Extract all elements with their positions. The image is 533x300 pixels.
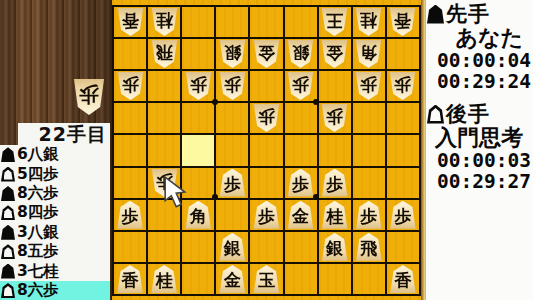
star-point: [212, 194, 218, 200]
gote-block: 後手 入門思考 00:00:03 00:29:27: [426, 103, 533, 192]
square-5c[interactable]: [250, 71, 282, 101]
square-8a[interactable]: 桂: [148, 7, 180, 37]
sente-move-icon: [1, 264, 15, 279]
square-9d[interactable]: [114, 103, 146, 133]
move-row-2: 5四歩: [0, 164, 110, 183]
square-2f[interactable]: [353, 168, 385, 198]
move-row-8: 8六歩: [0, 281, 110, 300]
piece-gote-fu: 歩: [117, 72, 144, 100]
square-3d[interactable]: 歩: [319, 103, 351, 133]
square-2h[interactable]: 飛: [353, 232, 385, 262]
piece-gote-kyosha: 香: [117, 8, 144, 36]
gote-label: 後手: [446, 100, 490, 128]
sente-move-icon: [1, 147, 15, 162]
square-7a[interactable]: [182, 7, 214, 37]
square-4h[interactable]: [285, 232, 317, 262]
star-point: [313, 99, 319, 105]
square-4i[interactable]: [285, 264, 317, 294]
square-4f[interactable]: 歩: [285, 168, 317, 198]
square-9g[interactable]: 歩: [114, 200, 146, 230]
move-label: 3七桂: [17, 261, 59, 282]
gote-total-clock: 00:29:27: [426, 171, 533, 192]
square-5g[interactable]: 歩: [250, 200, 282, 230]
piece-gote-fu: 歩: [253, 104, 280, 132]
move-label: 8六歩: [17, 183, 59, 204]
piece-sente-hisha: 飛: [355, 233, 382, 261]
square-2b[interactable]: 角: [353, 39, 385, 69]
square-6b[interactable]: 銀: [216, 39, 248, 69]
square-7h[interactable]: [182, 232, 214, 262]
piece-sente-fu: 歩: [389, 201, 416, 229]
piece-gote-gin: 銀: [287, 40, 314, 68]
square-9c[interactable]: 歩: [114, 71, 146, 101]
square-1i[interactable]: 香: [387, 264, 419, 294]
shogi-board: 香桂王桂香飛銀金銀金角歩歩歩歩歩歩歩歩歩歩歩歩歩角歩金桂歩歩銀銀飛香桂金玉香: [112, 5, 421, 296]
move-label: 8五歩: [17, 241, 59, 262]
sente-label: 先手: [446, 0, 490, 28]
square-8c[interactable]: [148, 71, 180, 101]
move-label: 3八銀: [17, 222, 59, 243]
square-3b[interactable]: 金: [319, 39, 351, 69]
sente-total-clock: 00:29:24: [426, 71, 533, 92]
square-4g[interactable]: 金: [285, 200, 317, 230]
square-8h[interactable]: [148, 232, 180, 262]
square-3c[interactable]: [319, 71, 351, 101]
piece-sente-fu: 歩: [287, 169, 314, 197]
square-5e[interactable]: [250, 135, 282, 165]
square-2c[interactable]: 歩: [353, 71, 385, 101]
piece-gote-kin: 金: [253, 40, 280, 68]
piece-gote-keima: 桂: [355, 8, 382, 36]
square-3a[interactable]: 王: [319, 7, 351, 37]
square-9e[interactable]: [114, 135, 146, 165]
game-window: 歩 香桂王桂香飛銀金銀金角歩歩歩歩歩歩歩歩歩歩歩歩歩角歩金桂歩歩銀銀飛香桂金玉香…: [0, 0, 533, 300]
piece-gote-fu: 歩: [389, 72, 416, 100]
piece-gote-fu: 歩: [73, 79, 105, 115]
piece-sente-fu: 歩: [253, 201, 280, 229]
piece-gote-fu: 歩: [219, 72, 246, 100]
info-panel: 先手 あなた 00:00:04 00:29:24 後手 入門思考 00:00:0…: [425, 0, 533, 300]
square-1d[interactable]: [387, 103, 419, 133]
square-3g[interactable]: 桂: [319, 200, 351, 230]
square-1a[interactable]: 香: [387, 7, 419, 37]
sente-piece-icon: [427, 5, 444, 24]
sente-move-icon: [1, 225, 15, 240]
sente-move-clock: 00:00:04: [426, 50, 533, 71]
piece-gote-kaku: 角: [355, 40, 382, 68]
square-6g[interactable]: [216, 200, 248, 230]
sente-player-name: あなた: [426, 25, 533, 50]
square-1f[interactable]: [387, 168, 419, 198]
square-5f[interactable]: [250, 168, 282, 198]
piece-sente-kin: 金: [219, 265, 246, 293]
piece-gote-ou: 王: [321, 8, 348, 36]
square-3h[interactable]: 銀: [319, 232, 351, 262]
square-1h[interactable]: [387, 232, 419, 262]
move-label: 8六歩: [17, 280, 59, 300]
mouse-cursor: [160, 176, 190, 208]
gote-move-icon: [1, 244, 15, 259]
piece-sente-kin: 金: [287, 201, 314, 229]
piece-sente-keima: 桂: [151, 265, 178, 293]
square-5h[interactable]: [250, 232, 282, 262]
square-5i[interactable]: 玉: [250, 264, 282, 294]
move-row-6: 8五歩: [0, 242, 110, 261]
move-label: 8四歩: [17, 202, 59, 223]
square-2g[interactable]: 歩: [353, 200, 385, 230]
piece-gote-hisha: 飛: [151, 40, 178, 68]
square-9h[interactable]: [114, 232, 146, 262]
square-5b[interactable]: 金: [250, 39, 282, 69]
gote-move-icon: [1, 205, 15, 220]
square-9b[interactable]: [114, 39, 146, 69]
square-5d[interactable]: 歩: [250, 103, 282, 133]
board-grid: 香桂王桂香飛銀金銀金角歩歩歩歩歩歩歩歩歩歩歩歩歩角歩金桂歩歩銀銀飛香桂金玉香: [114, 7, 419, 294]
square-1b[interactable]: [387, 39, 419, 69]
square-2a[interactable]: 桂: [353, 7, 385, 37]
square-1g[interactable]: 歩: [387, 200, 419, 230]
move-row-1: 6八銀: [0, 145, 110, 164]
piece-gote-fu: 歩: [185, 72, 212, 100]
square-6h[interactable]: 銀: [216, 232, 248, 262]
piece-sente-fu: 歩: [117, 201, 144, 229]
move-row-7: 3七桂: [0, 261, 110, 280]
gote-hand-pawn[interactable]: 歩: [73, 79, 105, 115]
piece-gote-kyosha: 香: [389, 8, 416, 36]
square-6c[interactable]: 歩: [216, 71, 248, 101]
square-9i[interactable]: 香: [114, 264, 146, 294]
piece-gote-fu: 歩: [355, 72, 382, 100]
piece-sente-keima: 桂: [321, 201, 348, 229]
square-3e[interactable]: [319, 135, 351, 165]
square-7b[interactable]: [182, 39, 214, 69]
move-row-3: 8六歩: [0, 184, 110, 203]
move-list-panel: 6八銀5四歩8六歩8四歩3八銀8五歩3七桂8六歩: [0, 145, 110, 300]
square-6d[interactable]: [216, 103, 248, 133]
gote-header: 後手: [427, 103, 533, 125]
piece-sente-gyoku: 玉: [253, 265, 280, 293]
square-8b[interactable]: 飛: [148, 39, 180, 69]
square-8i[interactable]: 桂: [148, 264, 180, 294]
piece-sente-gin: 銀: [321, 233, 348, 261]
square-4a[interactable]: [285, 7, 317, 37]
move-row-5: 3八銀: [0, 223, 110, 242]
square-4d[interactable]: [285, 103, 317, 133]
star-point: [313, 194, 319, 200]
piece-sente-fu: 歩: [219, 169, 246, 197]
move-label: 5四歩: [17, 164, 59, 185]
move-counter: 22手目: [18, 123, 110, 145]
piece-gote-fu: 歩: [321, 104, 348, 132]
square-9f[interactable]: [114, 168, 146, 198]
square-7i[interactable]: [182, 264, 214, 294]
gote-move-clock: 00:00:03: [426, 150, 533, 171]
piece-gote-gin: 銀: [219, 40, 246, 68]
square-7c[interactable]: 歩: [182, 71, 214, 101]
square-2d[interactable]: [353, 103, 385, 133]
star-point: [212, 99, 218, 105]
piece-gote-keima: 桂: [151, 8, 178, 36]
square-5a[interactable]: [250, 7, 282, 37]
square-4c[interactable]: 歩: [285, 71, 317, 101]
piece-gote-kin: 金: [321, 40, 348, 68]
square-7d[interactable]: [182, 103, 214, 133]
piece-gote-fu: 歩: [287, 72, 314, 100]
piece-sente-gin: 銀: [219, 233, 246, 261]
piece-sente-fu: 歩: [355, 201, 382, 229]
sente-header: 先手: [427, 3, 533, 25]
square-3f[interactable]: 歩: [319, 168, 351, 198]
square-7e[interactable]: [182, 135, 214, 165]
square-1c[interactable]: 歩: [387, 71, 419, 101]
square-2i[interactable]: [353, 264, 385, 294]
square-3i[interactable]: [319, 264, 351, 294]
square-6e[interactable]: [216, 135, 248, 165]
square-2e[interactable]: [353, 135, 385, 165]
gote-move-icon: [1, 283, 15, 298]
square-6f[interactable]: 歩: [216, 168, 248, 198]
square-8e[interactable]: [148, 135, 180, 165]
square-8d[interactable]: [148, 103, 180, 133]
square-6a[interactable]: [216, 7, 248, 37]
piece-sente-kyosha: 香: [117, 265, 144, 293]
square-6i[interactable]: 金: [216, 264, 248, 294]
square-4e[interactable]: [285, 135, 317, 165]
sente-move-icon: [1, 186, 15, 201]
move-row-4: 8四歩: [0, 203, 110, 222]
move-label: 6八銀: [17, 144, 59, 165]
piece-sente-kyosha: 香: [389, 265, 416, 293]
square-1e[interactable]: [387, 135, 419, 165]
gote-player-name: 入門思考: [426, 125, 533, 150]
gote-piece-icon: [427, 105, 444, 124]
square-4b[interactable]: 銀: [285, 39, 317, 69]
gote-move-icon: [1, 167, 15, 182]
square-9a[interactable]: 香: [114, 7, 146, 37]
piece-sente-fu: 歩: [321, 169, 348, 197]
